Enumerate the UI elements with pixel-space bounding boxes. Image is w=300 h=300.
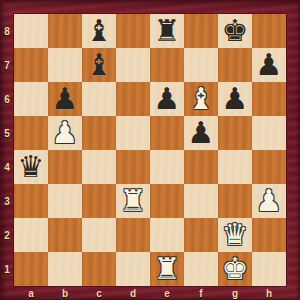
- file-label-b: b: [48, 286, 82, 300]
- square-c3[interactable]: [82, 184, 116, 218]
- square-f7[interactable]: [184, 48, 218, 82]
- square-g7[interactable]: [218, 48, 252, 82]
- piece-black-bishop[interactable]: ♝: [86, 14, 113, 48]
- file-labels: abcdefgh: [14, 286, 286, 300]
- square-e4[interactable]: [150, 150, 184, 184]
- square-h6[interactable]: [252, 82, 286, 116]
- square-h4[interactable]: [252, 150, 286, 184]
- square-d3[interactable]: ♜: [116, 184, 150, 218]
- square-g2[interactable]: ♛: [218, 218, 252, 252]
- square-b1[interactable]: [48, 252, 82, 286]
- square-d5[interactable]: [116, 116, 150, 150]
- piece-white-queen[interactable]: ♛: [222, 218, 249, 252]
- square-f5[interactable]: ♟: [184, 116, 218, 150]
- square-f3[interactable]: [184, 184, 218, 218]
- square-e8[interactable]: ♜: [150, 14, 184, 48]
- square-a7[interactable]: [14, 48, 48, 82]
- square-a8[interactable]: [14, 14, 48, 48]
- square-b5[interactable]: ♟: [48, 116, 82, 150]
- square-d6[interactable]: [116, 82, 150, 116]
- square-f4[interactable]: [184, 150, 218, 184]
- square-f1[interactable]: [184, 252, 218, 286]
- square-c5[interactable]: [82, 116, 116, 150]
- square-g8[interactable]: ♚: [218, 14, 252, 48]
- square-h5[interactable]: [252, 116, 286, 150]
- rank-labels: 87654321: [0, 14, 14, 286]
- square-e2[interactable]: [150, 218, 184, 252]
- rank-label-7: 7: [0, 48, 14, 82]
- square-d8[interactable]: [116, 14, 150, 48]
- square-a5[interactable]: [14, 116, 48, 150]
- rank-label-6: 6: [0, 82, 14, 116]
- piece-black-pawn[interactable]: ♟: [52, 82, 79, 116]
- square-h7[interactable]: ♟: [252, 48, 286, 82]
- square-g6[interactable]: ♟: [218, 82, 252, 116]
- piece-white-king[interactable]: ♚: [222, 252, 249, 286]
- file-label-e: e: [150, 286, 184, 300]
- file-label-c: c: [82, 286, 116, 300]
- square-d1[interactable]: [116, 252, 150, 286]
- square-h8[interactable]: [252, 14, 286, 48]
- rank-label-3: 3: [0, 184, 14, 218]
- square-b2[interactable]: [48, 218, 82, 252]
- square-g5[interactable]: [218, 116, 252, 150]
- piece-black-bishop[interactable]: ♝: [86, 48, 113, 82]
- piece-white-pawn[interactable]: ♟: [256, 184, 283, 218]
- file-label-h: h: [252, 286, 286, 300]
- square-g1[interactable]: ♚: [218, 252, 252, 286]
- piece-black-king[interactable]: ♚: [222, 14, 249, 48]
- square-h1[interactable]: [252, 252, 286, 286]
- square-f8[interactable]: [184, 14, 218, 48]
- square-g3[interactable]: [218, 184, 252, 218]
- square-e6[interactable]: ♟: [150, 82, 184, 116]
- square-e7[interactable]: [150, 48, 184, 82]
- square-c6[interactable]: [82, 82, 116, 116]
- square-a2[interactable]: [14, 218, 48, 252]
- piece-black-rook[interactable]: ♜: [154, 14, 181, 48]
- rank-label-8: 8: [0, 14, 14, 48]
- square-b7[interactable]: [48, 48, 82, 82]
- square-c7[interactable]: ♝: [82, 48, 116, 82]
- square-e1[interactable]: ♜: [150, 252, 184, 286]
- square-d4[interactable]: [116, 150, 150, 184]
- file-label-a: a: [14, 286, 48, 300]
- piece-white-bishop[interactable]: ♝: [188, 82, 215, 116]
- square-d2[interactable]: [116, 218, 150, 252]
- square-e3[interactable]: [150, 184, 184, 218]
- square-c8[interactable]: ♝: [82, 14, 116, 48]
- piece-white-pawn[interactable]: ♟: [52, 116, 79, 150]
- square-a3[interactable]: [14, 184, 48, 218]
- square-b6[interactable]: ♟: [48, 82, 82, 116]
- file-label-f: f: [184, 286, 218, 300]
- square-g4[interactable]: [218, 150, 252, 184]
- rank-label-1: 1: [0, 252, 14, 286]
- square-c1[interactable]: [82, 252, 116, 286]
- piece-black-pawn[interactable]: ♟: [222, 82, 249, 116]
- square-b4[interactable]: [48, 150, 82, 184]
- square-c2[interactable]: [82, 218, 116, 252]
- square-f6[interactable]: ♝: [184, 82, 218, 116]
- piece-black-pawn[interactable]: ♟: [188, 116, 215, 150]
- file-label-g: g: [218, 286, 252, 300]
- chess-diagram: 87654321 abcdefgh ♝♜♚♝♟♟♟♝♟♟♟♛♜♟♛♜♚: [0, 0, 300, 300]
- piece-black-pawn[interactable]: ♟: [154, 82, 181, 116]
- square-b3[interactable]: [48, 184, 82, 218]
- square-e5[interactable]: [150, 116, 184, 150]
- square-a1[interactable]: [14, 252, 48, 286]
- rank-label-5: 5: [0, 116, 14, 150]
- file-label-d: d: [116, 286, 150, 300]
- square-c4[interactable]: [82, 150, 116, 184]
- square-h3[interactable]: ♟: [252, 184, 286, 218]
- piece-black-pawn[interactable]: ♟: [256, 48, 283, 82]
- piece-white-rook[interactable]: ♜: [120, 184, 147, 218]
- square-h2[interactable]: [252, 218, 286, 252]
- piece-white-rook[interactable]: ♜: [154, 252, 181, 286]
- rank-label-2: 2: [0, 218, 14, 252]
- rank-label-4: 4: [0, 150, 14, 184]
- square-a6[interactable]: [14, 82, 48, 116]
- square-b8[interactable]: [48, 14, 82, 48]
- square-d7[interactable]: [116, 48, 150, 82]
- square-a4[interactable]: ♛: [14, 150, 48, 184]
- square-f2[interactable]: [184, 218, 218, 252]
- piece-black-queen[interactable]: ♛: [18, 150, 45, 184]
- chess-board: ♝♜♚♝♟♟♟♝♟♟♟♛♜♟♛♜♚: [14, 14, 286, 286]
